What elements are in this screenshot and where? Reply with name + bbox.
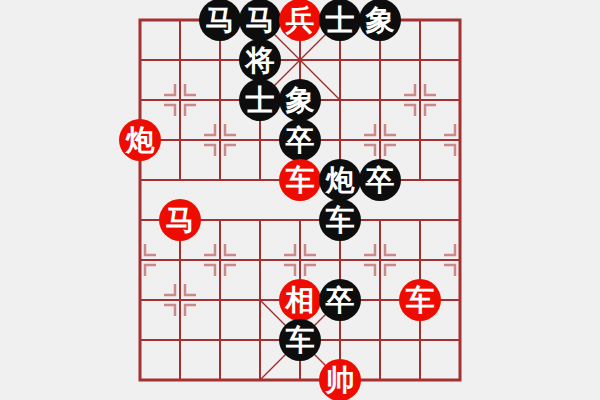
piece-black-horse[interactable]: 马 [239, 0, 281, 41]
piece-black-elephant[interactable]: 象 [359, 0, 401, 41]
piece-red-chariot[interactable]: 车 [279, 159, 321, 201]
piece-red-general[interactable]: 帅 [319, 359, 361, 400]
piece-black-chariot[interactable]: 车 [319, 199, 361, 241]
piece-black-soldier[interactable]: 卒 [279, 119, 321, 161]
piece-black-advisor[interactable]: 士 [319, 0, 361, 41]
piece-black-horse[interactable]: 马 [199, 0, 241, 41]
xiangqi-diagram: 马马兵士象将士象炮卒车炮卒马车相卒车车帅 [0, 0, 600, 400]
piece-black-elephant[interactable]: 象 [279, 79, 321, 121]
piece-red-horse[interactable]: 马 [159, 199, 201, 241]
piece-red-soldier[interactable]: 兵 [279, 0, 321, 41]
piece-red-elephant[interactable]: 相 [279, 279, 321, 321]
piece-red-chariot[interactable]: 车 [399, 279, 441, 321]
piece-black-soldier[interactable]: 卒 [319, 279, 361, 321]
piece-black-general[interactable]: 将 [239, 39, 281, 81]
piece-black-advisor[interactable]: 士 [239, 79, 281, 121]
piece-red-cannon[interactable]: 炮 [119, 119, 161, 161]
piece-black-chariot[interactable]: 车 [279, 319, 321, 361]
pieces-layer: 马马兵士象将士象炮卒车炮卒马车相卒车车帅 [120, 0, 480, 400]
piece-black-cannon[interactable]: 炮 [319, 159, 361, 201]
piece-black-soldier[interactable]: 卒 [359, 159, 401, 201]
